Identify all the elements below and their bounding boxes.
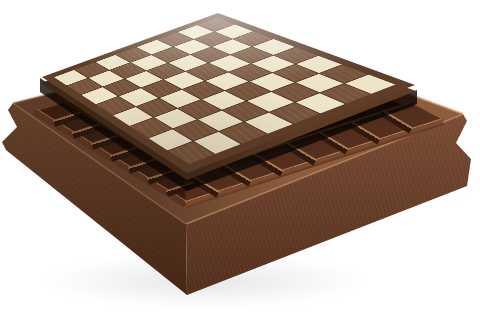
product-photo-stage	[0, 0, 480, 321]
